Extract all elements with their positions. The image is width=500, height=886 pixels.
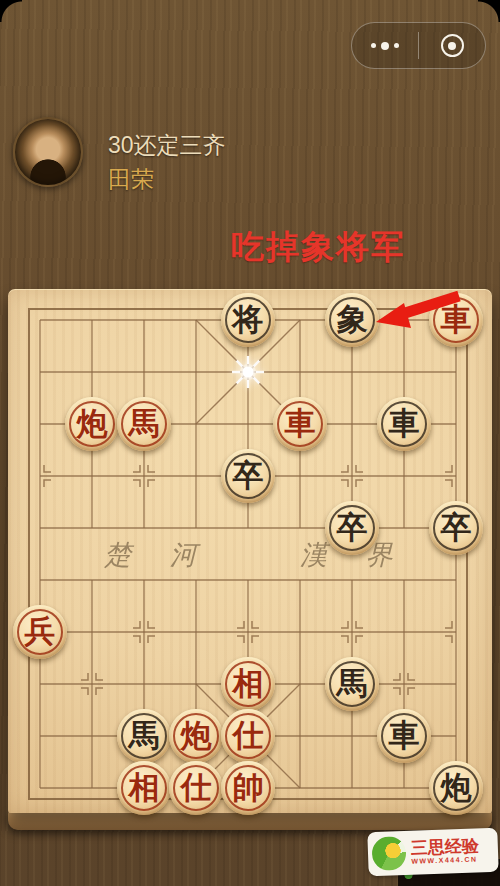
- black-chariot[interactable]: 車: [377, 709, 431, 763]
- piece-glyph: 卒: [337, 512, 368, 543]
- black-soldier[interactable]: 卒: [221, 449, 275, 503]
- chapter-title: 30还定三齐: [108, 130, 226, 161]
- piece-glyph: 炮: [181, 720, 212, 751]
- black-general[interactable]: 将: [221, 293, 275, 347]
- black-cannon[interactable]: 炮: [429, 761, 483, 815]
- red-advisor[interactable]: 仕: [221, 709, 275, 763]
- watermark-text: 三思经验 WWW.X444.CN: [411, 838, 480, 866]
- piece-glyph: 馬: [129, 720, 160, 751]
- red-elephant[interactable]: 相: [117, 761, 171, 815]
- piece-glyph: 帥: [233, 772, 264, 803]
- red-soldier[interactable]: 兵: [13, 605, 67, 659]
- piece-glyph: 仕: [233, 720, 264, 751]
- piece-glyph: 車: [441, 304, 472, 335]
- watermark-logo-icon: [371, 836, 406, 871]
- black-horse[interactable]: 馬: [325, 657, 379, 711]
- piece-glyph: 将: [233, 304, 264, 335]
- piece-glyph: 兵: [25, 616, 56, 647]
- close-button[interactable]: [419, 23, 485, 68]
- red-chariot[interactable]: 車: [429, 293, 483, 347]
- screen: 30还定三齐 田荣 吃掉象将军: [0, 0, 500, 886]
- wechat-capsule: [351, 22, 486, 69]
- black-horse[interactable]: 馬: [117, 709, 171, 763]
- red-cannon[interactable]: 炮: [169, 709, 223, 763]
- piece-glyph: 相: [129, 772, 160, 803]
- piece-glyph: 馬: [337, 668, 368, 699]
- red-chariot[interactable]: 車: [273, 397, 327, 451]
- screen-corner: [0, 0, 22, 22]
- piece-glyph: 車: [389, 408, 420, 439]
- watermark: 三思经验 WWW.X444.CN: [367, 828, 498, 877]
- watermark-url: WWW.X444.CN: [411, 856, 479, 866]
- piece-glyph: 馬: [129, 408, 160, 439]
- piece-glyph: 車: [389, 720, 420, 751]
- piece-glyph: 炮: [441, 772, 472, 803]
- red-cannon[interactable]: 炮: [65, 397, 119, 451]
- red-advisor[interactable]: 仕: [169, 761, 223, 815]
- player-name: 田荣: [108, 164, 154, 195]
- piece-glyph: 卒: [233, 460, 264, 491]
- piece-glyph: 卒: [441, 512, 472, 543]
- circled-dot-icon: [441, 34, 464, 57]
- red-elephant[interactable]: 相: [221, 657, 275, 711]
- black-soldier[interactable]: 卒: [325, 501, 379, 555]
- black-chariot[interactable]: 車: [377, 397, 431, 451]
- piece-glyph: 車: [285, 408, 316, 439]
- piece-glyph: 炮: [77, 408, 108, 439]
- ellipsis-icon: [371, 42, 399, 50]
- piece-glyph: 相: [233, 668, 264, 699]
- piece-glyph: 仕: [181, 772, 212, 803]
- black-elephant[interactable]: 象: [325, 293, 379, 347]
- piece-glyph: 象: [337, 304, 368, 335]
- board-grid: 将象車炮馬車車卒卒卒兵相馬馬炮仕車相仕帥炮: [14, 294, 482, 814]
- red-horse[interactable]: 馬: [117, 397, 171, 451]
- screen-corner: [478, 0, 500, 22]
- more-button[interactable]: [352, 23, 418, 68]
- move-annotation: 吃掉象将军: [231, 225, 406, 270]
- black-soldier[interactable]: 卒: [429, 501, 483, 555]
- avatar[interactable]: [13, 117, 83, 187]
- red-general[interactable]: 帥: [221, 761, 275, 815]
- sparkle-effect: [230, 354, 266, 390]
